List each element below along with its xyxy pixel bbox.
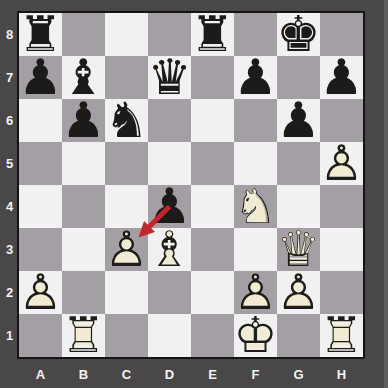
square-a6[interactable] bbox=[19, 99, 62, 142]
square-a4[interactable] bbox=[19, 185, 62, 228]
square-e8[interactable]: ♜ bbox=[191, 13, 234, 56]
piece-black-pawn: ♟ bbox=[148, 185, 191, 228]
file-label-f: F bbox=[234, 361, 277, 388]
square-e5[interactable] bbox=[191, 142, 234, 185]
square-b4[interactable] bbox=[62, 185, 105, 228]
piece-white-king: ♚ bbox=[234, 314, 277, 357]
square-g7[interactable] bbox=[277, 56, 320, 99]
file-label-d: D bbox=[148, 361, 191, 388]
square-h5[interactable]: ♟♙ bbox=[320, 142, 363, 185]
piece-black-pawn: ♟ bbox=[19, 56, 62, 99]
rank-label-4: 4 bbox=[0, 185, 19, 228]
piece-white-knight: ♞ bbox=[234, 185, 277, 228]
square-d5[interactable] bbox=[148, 142, 191, 185]
square-d4[interactable]: ♟ bbox=[148, 185, 191, 228]
square-e4[interactable] bbox=[191, 185, 234, 228]
square-h4[interactable] bbox=[320, 185, 363, 228]
square-c3[interactable]: ♟♙ bbox=[105, 228, 148, 271]
chess-board-frame: 87654321 ♜♜♚♟♝♛♟♟♟♞♟♟♙♟♞♘♟♙♝♗♛♕♟♙♟♙♟♙♜♖♚… bbox=[0, 0, 388, 388]
piece-white-pawn: ♟ bbox=[19, 271, 62, 314]
piece-black-pawn: ♟ bbox=[277, 99, 320, 142]
piece-white-knight-outline-icon: ♘ bbox=[234, 185, 277, 228]
square-h3[interactable] bbox=[320, 228, 363, 271]
square-b3[interactable] bbox=[62, 228, 105, 271]
square-a8[interactable]: ♜ bbox=[19, 13, 62, 56]
square-a5[interactable] bbox=[19, 142, 62, 185]
rank-label-7: 7 bbox=[0, 56, 19, 99]
square-c6[interactable]: ♞ bbox=[105, 99, 148, 142]
square-g3[interactable]: ♛♕ bbox=[277, 228, 320, 271]
piece-white-pawn: ♟ bbox=[105, 228, 148, 271]
square-g6[interactable]: ♟ bbox=[277, 99, 320, 142]
square-g4[interactable] bbox=[277, 185, 320, 228]
rank-labels: 87654321 bbox=[0, 13, 19, 357]
square-h7[interactable]: ♟ bbox=[320, 56, 363, 99]
square-e1[interactable] bbox=[191, 314, 234, 357]
square-e6[interactable] bbox=[191, 99, 234, 142]
file-label-c: C bbox=[105, 361, 148, 388]
piece-white-queen: ♛ bbox=[277, 228, 320, 271]
piece-white-rook-outline-icon: ♖ bbox=[320, 314, 363, 357]
square-f6[interactable] bbox=[234, 99, 277, 142]
piece-black-pawn: ♟ bbox=[234, 56, 277, 99]
square-f2[interactable]: ♟♙ bbox=[234, 271, 277, 314]
square-g1[interactable] bbox=[277, 314, 320, 357]
piece-white-bishop: ♝ bbox=[148, 228, 191, 271]
square-h2[interactable] bbox=[320, 271, 363, 314]
square-c5[interactable] bbox=[105, 142, 148, 185]
piece-white-pawn: ♟ bbox=[277, 271, 320, 314]
square-b7[interactable]: ♝ bbox=[62, 56, 105, 99]
square-a7[interactable]: ♟ bbox=[19, 56, 62, 99]
square-a3[interactable] bbox=[19, 228, 62, 271]
piece-white-pawn-outline-icon: ♙ bbox=[320, 142, 363, 185]
frame-edge-highlight bbox=[384, 0, 388, 388]
square-b8[interactable] bbox=[62, 13, 105, 56]
piece-black-queen: ♛ bbox=[148, 56, 191, 99]
square-f4[interactable]: ♞♘ bbox=[234, 185, 277, 228]
square-d8[interactable] bbox=[148, 13, 191, 56]
square-d3[interactable]: ♝♗ bbox=[148, 228, 191, 271]
square-b6[interactable]: ♟ bbox=[62, 99, 105, 142]
rank-label-2: 2 bbox=[0, 271, 19, 314]
piece-white-pawn-outline-icon: ♙ bbox=[105, 228, 148, 271]
board-squares: ♜♜♚♟♝♛♟♟♟♞♟♟♙♟♞♘♟♙♝♗♛♕♟♙♟♙♟♙♜♖♚♔♜♖ bbox=[19, 13, 363, 357]
piece-white-rook: ♜ bbox=[62, 314, 105, 357]
square-f8[interactable] bbox=[234, 13, 277, 56]
square-c4[interactable] bbox=[105, 185, 148, 228]
piece-white-rook: ♜ bbox=[320, 314, 363, 357]
file-labels: ABCDEFGH bbox=[19, 361, 363, 388]
square-c2[interactable] bbox=[105, 271, 148, 314]
square-d7[interactable]: ♛ bbox=[148, 56, 191, 99]
square-e7[interactable] bbox=[191, 56, 234, 99]
file-label-a: A bbox=[19, 361, 62, 388]
square-c1[interactable] bbox=[105, 314, 148, 357]
file-label-g: G bbox=[277, 361, 320, 388]
piece-white-bishop-outline-icon: ♗ bbox=[148, 228, 191, 271]
square-g8[interactable]: ♚ bbox=[277, 13, 320, 56]
square-e3[interactable] bbox=[191, 228, 234, 271]
square-f1[interactable]: ♚♔ bbox=[234, 314, 277, 357]
square-f5[interactable] bbox=[234, 142, 277, 185]
square-d1[interactable] bbox=[148, 314, 191, 357]
piece-white-pawn-outline-icon: ♙ bbox=[277, 271, 320, 314]
rank-label-3: 3 bbox=[0, 228, 19, 271]
piece-white-pawn-outline-icon: ♙ bbox=[19, 271, 62, 314]
square-d6[interactable] bbox=[148, 99, 191, 142]
piece-black-rook: ♜ bbox=[191, 13, 234, 56]
square-b5[interactable] bbox=[62, 142, 105, 185]
piece-white-pawn: ♟ bbox=[320, 142, 363, 185]
rank-label-8: 8 bbox=[0, 13, 19, 56]
rank-label-1: 1 bbox=[0, 314, 19, 357]
square-g5[interactable] bbox=[277, 142, 320, 185]
piece-black-rook: ♜ bbox=[19, 13, 62, 56]
piece-black-knight: ♞ bbox=[105, 99, 148, 142]
rank-label-5: 5 bbox=[0, 142, 19, 185]
square-c7[interactable] bbox=[105, 56, 148, 99]
piece-black-bishop: ♝ bbox=[62, 56, 105, 99]
square-a2[interactable]: ♟♙ bbox=[19, 271, 62, 314]
square-h8[interactable] bbox=[320, 13, 363, 56]
square-f7[interactable]: ♟ bbox=[234, 56, 277, 99]
rank-label-6: 6 bbox=[0, 99, 19, 142]
square-h6[interactable] bbox=[320, 99, 363, 142]
square-b1[interactable]: ♜♖ bbox=[62, 314, 105, 357]
square-g2[interactable]: ♟♙ bbox=[277, 271, 320, 314]
piece-white-pawn-outline-icon: ♙ bbox=[234, 271, 277, 314]
piece-black-pawn: ♟ bbox=[320, 56, 363, 99]
square-h1[interactable]: ♜♖ bbox=[320, 314, 363, 357]
file-label-e: E bbox=[191, 361, 234, 388]
piece-black-pawn: ♟ bbox=[62, 99, 105, 142]
square-e2[interactable] bbox=[191, 271, 234, 314]
square-d2[interactable] bbox=[148, 271, 191, 314]
piece-white-rook-outline-icon: ♖ bbox=[62, 314, 105, 357]
piece-white-pawn: ♟ bbox=[234, 271, 277, 314]
file-label-h: H bbox=[320, 361, 363, 388]
square-b2[interactable] bbox=[62, 271, 105, 314]
piece-black-king: ♚ bbox=[277, 13, 320, 56]
square-f3[interactable] bbox=[234, 228, 277, 271]
square-a1[interactable] bbox=[19, 314, 62, 357]
piece-white-king-outline-icon: ♔ bbox=[234, 314, 277, 357]
piece-white-queen-outline-icon: ♕ bbox=[277, 228, 320, 271]
file-label-b: B bbox=[62, 361, 105, 388]
square-c8[interactable] bbox=[105, 13, 148, 56]
